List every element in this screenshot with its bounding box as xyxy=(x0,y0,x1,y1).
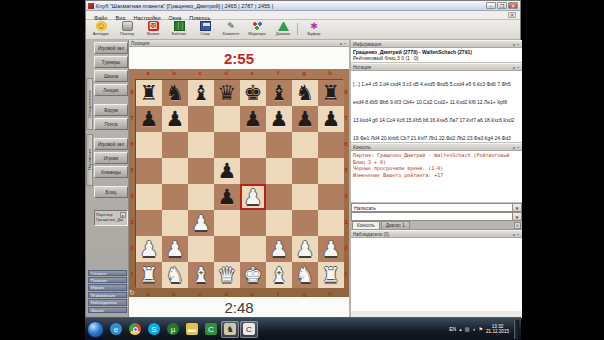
toolbar-button-label: Повтор xyxy=(120,31,134,36)
main-area: ОбозревательПереписка Игровой залТурниры… xyxy=(86,40,522,318)
white-queen-d1[interactable]: ♛ xyxy=(218,262,237,288)
file-label-d: d xyxy=(213,70,239,76)
sidebar-button-школа[interactable]: Школа xyxy=(94,70,128,82)
white-knight-g1[interactable]: ♞ xyxy=(296,262,315,288)
toolbar-button-библио[interactable]: Библио xyxy=(167,21,191,39)
smiley-icon: ☺ xyxy=(96,21,107,31)
square-h2[interactable]: ♟ xyxy=(318,236,344,262)
black-bishop-f8[interactable]: ♝ xyxy=(270,80,289,106)
square-c5[interactable] xyxy=(188,158,214,184)
file-label-b: b xyxy=(161,70,187,76)
flip-board-icon[interactable]: ↻ xyxy=(129,289,135,297)
close-button[interactable]: ✕ xyxy=(508,2,518,9)
taskbar-chessplanet-icon[interactable]: ♞ xyxy=(221,321,239,338)
chevron-down-icon[interactable]: ▾ xyxy=(512,204,521,211)
sidebar-vertical-tab-переписка[interactable]: Переписка xyxy=(86,134,93,186)
square-d6[interactable] xyxy=(214,132,240,158)
square-d3[interactable] xyxy=(214,210,240,236)
board-panel-header[interactable]: Позиция ◂ ▪ xyxy=(129,40,349,47)
square-e7[interactable]: ♟ xyxy=(240,106,266,132)
sidebar-button-турниры[interactable]: Турниры xyxy=(94,56,128,68)
square-d8[interactable]: ♛ xyxy=(214,80,240,106)
toolbar-button-label: Вызов xyxy=(147,31,159,36)
square-h6[interactable] xyxy=(318,132,344,158)
square-f3[interactable] xyxy=(266,210,292,236)
notation-panel-header[interactable]: Нотация ◂ ▪ xyxy=(351,63,522,71)
engine-icon xyxy=(278,21,289,31)
sidebar: ОбозревательПереписка Игровой залТурниры… xyxy=(86,40,129,318)
square-h4[interactable] xyxy=(318,184,344,210)
toolbar-button-label: Буфер xyxy=(308,31,321,36)
white-pawn-f2[interactable]: ♟ xyxy=(270,236,289,262)
square-d2[interactable] xyxy=(214,236,240,262)
panel-pin-icon[interactable]: ◂ ▪ xyxy=(339,41,347,46)
toolbar-separator xyxy=(297,21,300,37)
windows-taskbar: eSµ▬C♞C EN ▴ ▥ ◖ ⚑ 13:32 21.12.2015 xyxy=(85,317,521,340)
square-a4[interactable] xyxy=(136,184,162,210)
toolbar-button-label: Библио xyxy=(172,31,186,36)
panel-pin-icon[interactable]: ◂ ▪ xyxy=(512,65,520,70)
maximize-button[interactable]: ❐ xyxy=(497,2,507,9)
explorer-icon: ▬ xyxy=(186,323,198,335)
sidebar-bottom-tab-позиция[interactable]: Позиция xyxy=(88,277,127,283)
white-pawn-a2[interactable]: ♟ xyxy=(140,236,159,262)
move-list[interactable]: [...] 1.e4 c5 2.d4 cxd4 3.c3 d5 4.exd5 Ф… xyxy=(351,71,522,143)
white-pawn-c3[interactable]: ♟ xyxy=(192,210,211,236)
square-e6[interactable] xyxy=(240,132,266,158)
black-pawn-f7[interactable]: ♟ xyxy=(270,106,289,132)
toolbar-button-коммент[interactable]: ✎Коммент xyxy=(219,21,243,39)
toolbar-button-label: Аплодис xyxy=(93,31,110,36)
panel-pin-icon[interactable]: ◂ ▪ xyxy=(512,42,520,47)
square-c1[interactable]: ♝ xyxy=(188,262,214,288)
toolbar-button-аплодис[interactable]: ☺Аплодис xyxy=(89,21,113,39)
square-h8[interactable]: ♜ xyxy=(318,80,344,106)
file-label-e: e xyxy=(239,70,265,76)
square-a7[interactable]: ♟ xyxy=(136,106,162,132)
black-pawn-d5[interactable]: ♟ xyxy=(218,158,237,184)
toolbar: ☺АплодисПовтор⚄ВызовБиблиоСохр✎КомментМа… xyxy=(86,20,520,40)
square-g7[interactable]: ♟ xyxy=(292,106,318,132)
white-pawn-g2[interactable]: ♟ xyxy=(296,236,315,262)
console-panel-header[interactable]: Консоль ◂ ▪ xyxy=(351,143,522,151)
toolbar-button-маркеры[interactable]: Маркеры xyxy=(245,21,269,39)
square-a6[interactable] xyxy=(136,132,162,158)
square-h1[interactable]: ♜ xyxy=(318,262,344,288)
chrome-icon xyxy=(129,323,141,335)
sidebar-button-почта[interactable]: Почта xyxy=(94,118,128,130)
compose-value: Написать xyxy=(352,205,512,211)
menu-bar: ФайлВидНастройкиОкнаПомощь ✕ xyxy=(86,11,520,20)
black-clock-time: 2:55 xyxy=(224,50,254,67)
black-knight-b8[interactable]: ♞ xyxy=(166,80,185,106)
black-king-e8[interactable]: ♚ xyxy=(244,80,263,106)
sidebar-button-игровой-зал[interactable]: Игровой зал xyxy=(94,138,128,150)
square-g8[interactable]: ♞ xyxy=(292,80,318,106)
taskbar-chessbase-icon[interactable]: C xyxy=(202,321,220,338)
square-g1[interactable]: ♞ xyxy=(292,262,318,288)
markers-icon xyxy=(252,21,263,31)
sidebar-button-команды[interactable]: Команды xyxy=(94,166,128,178)
toolbar-button-буфер[interactable]: ✱Буфер xyxy=(302,21,326,39)
toolbar-button-label: Сохр xyxy=(200,31,210,36)
app-window: Клуб "Шахматная планета" [Гращенко_Дмитр… xyxy=(85,0,521,317)
console-line: Изменение Вашего рейтинга: +17 xyxy=(353,172,520,179)
tray-up-icon[interactable]: ▴ xyxy=(459,326,462,332)
sidebar-bottom-tab-сегодня[interactable]: Сегодня xyxy=(88,270,127,276)
taskbar-utorrent-icon[interactable]: µ xyxy=(164,321,182,338)
white-rook-h1[interactable]: ♜ xyxy=(322,262,341,288)
taskbar-ie-icon[interactable]: e xyxy=(107,321,125,338)
taskbar-skype-icon[interactable]: S xyxy=(145,321,163,338)
black-pawn-e7[interactable]: ♟ xyxy=(244,106,263,132)
square-f7[interactable]: ♟ xyxy=(266,106,292,132)
black-rook-h8[interactable]: ♜ xyxy=(322,80,341,106)
flag-icon[interactable]: ⚑ xyxy=(479,326,483,332)
console-output[interactable]: Партия: Гращенко_Дмитрий - WalfenSchach … xyxy=(351,151,522,203)
notation-panel-title: Нотация xyxy=(353,65,371,70)
file-label-g: g xyxy=(291,70,317,76)
info-panel-title: Информация xyxy=(353,42,381,47)
start-button[interactable] xyxy=(87,321,104,338)
sidebar-bottom-tab-информация[interactable]: Информация xyxy=(88,292,127,298)
square-e1[interactable]: ♚ xyxy=(240,262,266,288)
square-b5[interactable] xyxy=(162,158,188,184)
dice-icon: ⚄ xyxy=(148,21,159,31)
square-f2[interactable]: ♟ xyxy=(266,236,292,262)
system-tray: EN ▴ ▥ ◖ ⚑ 13:32 21.12.2015 xyxy=(449,320,519,339)
square-b4[interactable] xyxy=(162,184,188,210)
square-c3[interactable]: ♟ xyxy=(188,210,214,236)
sidebar-button-игроки[interactable]: Игроки xyxy=(94,152,128,164)
square-b3[interactable] xyxy=(162,210,188,236)
square-a3[interactable] xyxy=(136,210,162,236)
black-pawn-a7[interactable]: ♟ xyxy=(140,106,159,132)
sidebar-bottom-tab-наблюдатели[interactable]: Наблюдатели xyxy=(88,299,127,305)
chrome-center-dot xyxy=(133,327,138,332)
file-label-c: c xyxy=(187,291,213,297)
file-label-f: f xyxy=(265,291,291,297)
square-g5[interactable] xyxy=(292,158,318,184)
sidebar-button-блиц[interactable]: Блиц xyxy=(94,186,128,198)
observers-panel-header[interactable]: Наблюдатели (0) ◂ ▪ xyxy=(351,230,522,238)
save-icon xyxy=(200,21,211,31)
square-e2[interactable] xyxy=(240,236,266,262)
white-pawn-e4[interactable]: ♟ xyxy=(244,184,263,210)
square-c2[interactable] xyxy=(188,236,214,262)
white-clock-time: 2:48 xyxy=(224,299,253,316)
chevron-down-icon[interactable]: ▾ xyxy=(512,213,521,220)
white-rook-a1[interactable]: ♜ xyxy=(140,262,159,288)
toolbar-button-вызов[interactable]: ⚄Вызов xyxy=(141,21,165,39)
toolbar-button-повтор[interactable]: Повтор xyxy=(115,21,139,39)
square-b8[interactable]: ♞ xyxy=(162,80,188,106)
square-c6[interactable] xyxy=(188,132,214,158)
square-d1[interactable]: ♛ xyxy=(214,262,240,288)
tab-close-icon[interactable]: ✕ xyxy=(514,222,521,229)
square-f5[interactable] xyxy=(266,158,292,184)
square-c7[interactable] xyxy=(188,106,214,132)
square-h5[interactable] xyxy=(318,158,344,184)
tab-диалог-1[interactable]: Диалог 1 xyxy=(381,221,410,229)
video-frame: Клуб "Шахматная планета" [Гращенко_Дмитр… xyxy=(0,0,604,340)
taskbar-clock[interactable]: 13:32 21.12.2015 xyxy=(486,324,511,335)
file-label-b: b xyxy=(161,291,187,297)
square-e3[interactable] xyxy=(240,210,266,236)
square-g4[interactable] xyxy=(292,184,318,210)
separator-line xyxy=(297,23,298,35)
skype-icon: S xyxy=(148,323,160,335)
file-label-e: e xyxy=(239,291,265,297)
white-pawn-h2[interactable]: ♟ xyxy=(322,236,341,262)
game-info: Гращенко_Дмитрий (2778) - WalfenSchach (… xyxy=(351,48,522,63)
file-label-f: f xyxy=(265,70,291,76)
toolbar-button-label: Коммент xyxy=(222,31,239,36)
observers-list[interactable] xyxy=(351,238,522,311)
pencil-icon: ✎ xyxy=(226,21,237,31)
toolbar-button-label: Движок xyxy=(276,31,290,36)
sidebar-button-форум[interactable]: Форум xyxy=(94,104,128,116)
books-icon xyxy=(174,21,185,31)
white-king-e1[interactable]: ♚ xyxy=(244,262,263,288)
black-rook-a8[interactable]: ♜ xyxy=(140,80,159,106)
black-bishop-c8[interactable]: ♝ xyxy=(192,80,211,106)
square-e4[interactable]: ♟ xyxy=(240,184,266,210)
match-line: Рейтинговый блиц 3 0 (1 : 0) xyxy=(353,55,520,61)
square-c8[interactable]: ♝ xyxy=(188,80,214,106)
console-panel-title: Консоль xyxy=(353,145,371,150)
moves-text: [...] 1.e4 c5 2.d4 cxd4 3.c3 d5 4.exd5 Ф… xyxy=(353,81,519,143)
black-queen-d8[interactable]: ♛ xyxy=(218,80,237,106)
right-column: Информация ◂ ▪ Гращенко_Дмитрий (2778) -… xyxy=(351,40,522,318)
tab-консоль[interactable]: Консоль xyxy=(352,221,380,229)
black-pawn-b7[interactable]: ♟ xyxy=(166,106,185,132)
show-desktop-button[interactable] xyxy=(514,320,519,339)
black-pawn-g7[interactable]: ♟ xyxy=(296,106,315,132)
file-label-h: h xyxy=(317,291,343,297)
chess-board[interactable]: ♜♞♝♛♚♝♞♜♟♟♟♟♟♟♟♟♟♟♟♟♟♟♟♜♞♝♛♚♝♞♜ xyxy=(135,79,343,287)
square-b7[interactable]: ♟ xyxy=(162,106,188,132)
network-icon[interactable]: ▥ xyxy=(465,326,470,332)
medal-icon xyxy=(122,21,133,31)
sidebar-bottom-tab-игроки[interactable]: Игроки xyxy=(88,284,127,290)
sidebar-button-игровой-зал[interactable]: Игровой зал xyxy=(94,42,128,54)
taskbar-chrome-icon[interactable] xyxy=(126,321,144,338)
square-a1[interactable]: ♜ xyxy=(136,262,162,288)
square-a5[interactable] xyxy=(136,158,162,184)
white-pawn-b2[interactable]: ♟ xyxy=(166,236,185,262)
square-d5[interactable]: ♟ xyxy=(214,158,240,184)
user-box-button[interactable]: ▸ xyxy=(120,212,126,218)
console-line: Партия: Гращенко_Дмитрий - WalfenSchach … xyxy=(353,152,520,165)
sidebar-gap xyxy=(94,200,128,206)
white-bishop-c1[interactable]: ♝ xyxy=(192,262,211,288)
square-c4[interactable] xyxy=(188,184,214,210)
console-tabs: КонсольДиалог 1✕ xyxy=(351,221,522,230)
utorrent-icon: µ xyxy=(167,323,179,335)
square-d4[interactable]: ♟ xyxy=(214,184,240,210)
square-e8[interactable]: ♚ xyxy=(240,80,266,106)
taskbar-explorer-icon[interactable]: ▬ xyxy=(183,321,201,338)
board-panel: Позиция ◂ ▪ 2:55 aabbccddeeffgghh8877665… xyxy=(129,40,349,318)
sidebar-vertical-tab-обозреватель[interactable]: Обозреватель xyxy=(86,78,93,130)
file-label-a: a xyxy=(135,291,161,297)
square-g3[interactable] xyxy=(292,210,318,236)
toolbar-button-label: Маркеры xyxy=(248,31,266,36)
toolbar-button-сохр[interactable]: Сохр xyxy=(193,21,217,39)
square-b2[interactable]: ♟ xyxy=(162,236,188,262)
sidebar-bottom-tab-диалог[interactable]: Диалог xyxy=(88,307,127,313)
square-f8[interactable]: ♝ xyxy=(266,80,292,106)
file-label-c: c xyxy=(187,70,213,76)
file-label-a: a xyxy=(135,70,161,76)
file-label-g: g xyxy=(291,291,317,297)
square-h7[interactable]: ♟ xyxy=(318,106,344,132)
square-h3[interactable] xyxy=(318,210,344,236)
taskbar-camtasia-icon[interactable]: C xyxy=(240,321,258,338)
language-indicator[interactable]: EN xyxy=(449,326,456,332)
black-knight-g8[interactable]: ♞ xyxy=(296,80,315,106)
info-panel-header[interactable]: Информация ◂ ▪ xyxy=(351,40,522,48)
logged-in-user-box[interactable]: Партнер Гращенко_Дм▸ xyxy=(94,210,128,226)
observers-panel-title: Наблюдатели (0) xyxy=(353,232,389,237)
minimize-button[interactable]: – xyxy=(486,2,496,9)
square-a8[interactable]: ♜ xyxy=(136,80,162,106)
board-panel-title: Позиция xyxy=(131,41,149,46)
square-g6[interactable] xyxy=(292,132,318,158)
square-g2[interactable]: ♟ xyxy=(292,236,318,262)
message-input-combobox[interactable]: ▾ xyxy=(351,212,522,221)
mdi-close-icon[interactable]: ✕ xyxy=(508,12,516,18)
square-a2[interactable]: ♟ xyxy=(136,236,162,262)
panel-pin-icon[interactable]: ◂ ▪ xyxy=(512,145,520,150)
white-clock: 2:48 xyxy=(129,297,349,318)
file-label-d: d xyxy=(213,291,239,297)
white-knight-b1[interactable]: ♞ xyxy=(166,262,185,288)
chessbase-icon: C xyxy=(205,323,217,335)
camtasia-icon: C xyxy=(243,323,255,335)
sidebar-button-лекции[interactable]: Лекции xyxy=(94,84,128,96)
black-clock: 2:55 xyxy=(129,47,349,69)
compose-combobox[interactable]: Написать ▾ xyxy=(351,203,522,212)
square-f4[interactable] xyxy=(266,184,292,210)
black-pawn-h7[interactable]: ♟ xyxy=(322,106,341,132)
tray-date: 21.12.2015 xyxy=(486,329,509,335)
panel-pin-icon[interactable]: ◂ ▪ xyxy=(512,232,520,237)
file-label-h: h xyxy=(317,70,343,76)
volume-icon[interactable]: ◖ xyxy=(472,326,475,332)
chessplanet-icon: ♞ xyxy=(224,323,236,335)
square-f1[interactable]: ♝ xyxy=(266,262,292,288)
ie-icon: e xyxy=(110,323,122,335)
chess-board-frame: aabbccddeeffgghh8877665544332211 ♜♞♝♛♚♝♞… xyxy=(129,69,349,297)
square-b1[interactable]: ♞ xyxy=(162,262,188,288)
toolbar-button-движок[interactable]: Движок xyxy=(271,21,295,39)
square-b6[interactable] xyxy=(162,132,188,158)
square-d7[interactable] xyxy=(214,106,240,132)
clipboard-icon: ✱ xyxy=(309,21,320,31)
black-pawn-d4[interactable]: ♟ xyxy=(218,184,237,210)
square-e5[interactable] xyxy=(240,158,266,184)
square-f6[interactable] xyxy=(266,132,292,158)
white-bishop-f1[interactable]: ♝ xyxy=(270,262,289,288)
